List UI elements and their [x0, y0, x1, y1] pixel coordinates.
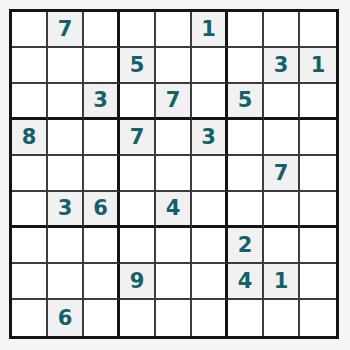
cell-r7c9-empty[interactable]	[300, 228, 336, 264]
cell-r7c8-empty[interactable]	[264, 228, 300, 264]
cell-r2c2-empty[interactable]	[48, 48, 84, 84]
cell-r5c1-empty[interactable]	[12, 156, 48, 192]
cell-r5c6-empty[interactable]	[192, 156, 228, 192]
cell-r6c1-empty[interactable]	[12, 192, 48, 228]
cell-r7c7-given: 2	[228, 228, 264, 264]
cell-r6c6-empty[interactable]	[192, 192, 228, 228]
cell-r3c1-empty[interactable]	[12, 84, 48, 120]
cell-r5c9-empty[interactable]	[300, 156, 336, 192]
cell-r3c5-given: 7	[156, 84, 192, 120]
cell-r6c3-given: 6	[84, 192, 120, 228]
cell-r3c2-empty[interactable]	[48, 84, 84, 120]
cell-r5c7-empty[interactable]	[228, 156, 264, 192]
cell-r4c3-empty[interactable]	[84, 120, 120, 156]
cell-r4c1-given: 8	[12, 120, 48, 156]
cell-r4c8-empty[interactable]	[264, 120, 300, 156]
cell-r7c6-empty[interactable]	[192, 228, 228, 264]
cell-r5c3-empty[interactable]	[84, 156, 120, 192]
cell-r2c8-given: 3	[264, 48, 300, 84]
cell-r6c9-empty[interactable]	[300, 192, 336, 228]
cell-r9c9-empty[interactable]	[300, 300, 336, 336]
cell-r6c4-empty[interactable]	[120, 192, 156, 228]
cell-r2c6-empty[interactable]	[192, 48, 228, 84]
cell-r3c9-empty[interactable]	[300, 84, 336, 120]
cell-r6c5-given: 4	[156, 192, 192, 228]
cell-r7c5-empty[interactable]	[156, 228, 192, 264]
cell-r1c6-given: 1	[192, 12, 228, 48]
cell-r4c2-empty[interactable]	[48, 120, 84, 156]
cell-r9c7-empty[interactable]	[228, 300, 264, 336]
cell-r4c5-empty[interactable]	[156, 120, 192, 156]
cell-r3c6-empty[interactable]	[192, 84, 228, 120]
cell-r9c6-empty[interactable]	[192, 300, 228, 336]
cell-r6c8-empty[interactable]	[264, 192, 300, 228]
sudoku-board: 71531375873736429416	[9, 9, 339, 339]
cell-r3c3-given: 3	[84, 84, 120, 120]
cell-r1c1-empty[interactable]	[12, 12, 48, 48]
cell-r1c5-empty[interactable]	[156, 12, 192, 48]
cell-r9c2-given: 6	[48, 300, 84, 336]
cell-r2c5-empty[interactable]	[156, 48, 192, 84]
cell-r9c4-empty[interactable]	[120, 300, 156, 336]
cell-r7c4-empty[interactable]	[120, 228, 156, 264]
cell-r9c8-empty[interactable]	[264, 300, 300, 336]
cell-r1c4-empty[interactable]	[120, 12, 156, 48]
cell-r1c2-given: 7	[48, 12, 84, 48]
cell-r1c9-empty[interactable]	[300, 12, 336, 48]
cell-r7c3-empty[interactable]	[84, 228, 120, 264]
cell-r3c7-given: 5	[228, 84, 264, 120]
cell-r8c7-given: 4	[228, 264, 264, 300]
cell-r8c9-empty[interactable]	[300, 264, 336, 300]
cell-r8c3-empty[interactable]	[84, 264, 120, 300]
cell-r6c7-empty[interactable]	[228, 192, 264, 228]
cell-r4c6-given: 3	[192, 120, 228, 156]
cell-r4c4-given: 7	[120, 120, 156, 156]
cell-r8c4-given: 9	[120, 264, 156, 300]
cell-r2c3-empty[interactable]	[84, 48, 120, 84]
cell-r9c5-empty[interactable]	[156, 300, 192, 336]
cell-r8c8-given: 1	[264, 264, 300, 300]
cell-r4c9-empty[interactable]	[300, 120, 336, 156]
cell-r8c6-empty[interactable]	[192, 264, 228, 300]
cell-r8c1-empty[interactable]	[12, 264, 48, 300]
cell-r8c5-empty[interactable]	[156, 264, 192, 300]
cell-r7c2-empty[interactable]	[48, 228, 84, 264]
cell-r9c1-empty[interactable]	[12, 300, 48, 336]
cell-r4c7-empty[interactable]	[228, 120, 264, 156]
cell-r2c7-empty[interactable]	[228, 48, 264, 84]
cell-r3c4-empty[interactable]	[120, 84, 156, 120]
cell-r5c8-given: 7	[264, 156, 300, 192]
cell-r5c2-empty[interactable]	[48, 156, 84, 192]
cell-r8c2-empty[interactable]	[48, 264, 84, 300]
cell-r9c3-empty[interactable]	[84, 300, 120, 336]
cell-r3c8-empty[interactable]	[264, 84, 300, 120]
cell-r7c1-empty[interactable]	[12, 228, 48, 264]
cell-r2c9-given: 1	[300, 48, 336, 84]
cell-r1c8-empty[interactable]	[264, 12, 300, 48]
cell-r5c4-empty[interactable]	[120, 156, 156, 192]
cell-r1c7-empty[interactable]	[228, 12, 264, 48]
cell-r1c3-empty[interactable]	[84, 12, 120, 48]
cell-r2c4-given: 5	[120, 48, 156, 84]
cell-r5c5-empty[interactable]	[156, 156, 192, 192]
cell-r6c2-given: 3	[48, 192, 84, 228]
cell-r2c1-empty[interactable]	[12, 48, 48, 84]
